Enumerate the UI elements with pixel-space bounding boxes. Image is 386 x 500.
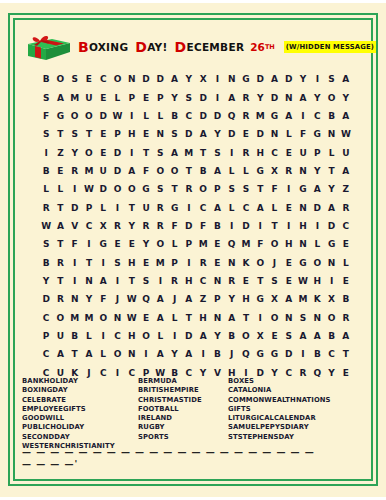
grid-cell-r15c2: U [53, 327, 67, 345]
grid-cell-r14c20: N [310, 309, 324, 327]
grid-cell-r7c11: R [182, 180, 196, 198]
grid-cell-r5c8: T [139, 143, 153, 161]
grid-cell-r9c3: V [68, 217, 82, 235]
grid-cell-r13c18: A [282, 290, 296, 308]
grid-cell-r4c13: Y [210, 125, 224, 143]
worksheet-page: BOXING DAY! DECEMBER 26TH (W/HIDDEN MESS… [0, 3, 386, 497]
grid-cell-r10c14: Q [225, 235, 239, 253]
grid-cell-r13c11: A [182, 290, 196, 308]
grid-cell-r12c20: H [310, 272, 324, 290]
grid-cell-r5c3: Y [68, 143, 82, 161]
grid-cell-r3c10: B [167, 107, 181, 125]
grid-cell-r4c5: E [96, 125, 110, 143]
grid-cell-r13c2: R [53, 290, 67, 308]
grid-cell-r6c19: N [296, 162, 310, 180]
grid-cell-r7c8: G [139, 180, 153, 198]
grid-cell-r6c16: G [253, 162, 267, 180]
grid-cell-r4c22: W [339, 125, 353, 143]
grid-cell-r1c21: S [324, 70, 338, 88]
word-list-item: EMPLOYEEGIFTS [22, 405, 138, 414]
word-list-column-2: BERMUDABRITISHEMPIRECHRISTMASTIDEFOOTBAL… [138, 377, 228, 451]
grid-cell-r12c14: R [225, 272, 239, 290]
grid-cell-r3c16: M [253, 107, 267, 125]
grid-cell-r13c5: F [96, 290, 110, 308]
grid-cell-r16c22: T [339, 345, 353, 363]
grid-cell-r9c8: R [139, 217, 153, 235]
grid-cell-r4c2: T [53, 125, 67, 143]
grid-cell-r4c9: N [153, 125, 167, 143]
grid-cell-r5c15: R [239, 143, 253, 161]
grid-cell-r9c10: F [167, 217, 181, 235]
grid-cell-r11c2: R [53, 254, 67, 272]
grid-cell-r2c14: A [225, 88, 239, 106]
grid-cell-r13c13: P [210, 290, 224, 308]
grid-cell-r16c8: I [139, 345, 153, 363]
grid-cell-r1c12: X [196, 70, 210, 88]
grid-cell-r8c11: I [182, 198, 196, 216]
grid-cell-r13c9: A [153, 290, 167, 308]
grid-cell-r7c4: W [82, 180, 96, 198]
grid-cell-r5c4: O [82, 143, 96, 161]
grid-cell-r5c12: T [196, 143, 210, 161]
grid-cell-r15c7: H [125, 327, 139, 345]
grid-cell-r16c7: N [125, 345, 139, 363]
grid-cell-r10c1: S [39, 235, 53, 253]
grid-cell-r10c9: O [153, 235, 167, 253]
word-list-item: IRELAND [138, 414, 228, 423]
word-list: BANKHOLIDAYBOXINGDAYCELEBRATEEMPLOYEEGIF… [22, 377, 366, 451]
grid-cell-r14c18: N [282, 309, 296, 327]
grid-cell-r16c1: C [39, 345, 53, 363]
grid-cell-r1c9: D [153, 70, 167, 88]
grid-cell-r9c6: R [110, 217, 124, 235]
grid-cell-r2c4: U [82, 88, 96, 106]
grid-cell-r10c16: F [253, 235, 267, 253]
grid-cell-r6c12: B [196, 162, 210, 180]
grid-cell-r10c7: E [125, 235, 139, 253]
grid-cell-r15c1: P [39, 327, 53, 345]
grid-cell-r12c7: T [125, 272, 139, 290]
grid-cell-r4c7: H [125, 125, 139, 143]
grid-cell-r3c20: C [310, 107, 324, 125]
grid-cell-r10c20: L [310, 235, 324, 253]
grid-cell-r1c14: N [225, 70, 239, 88]
grid-cell-r12c22: E [339, 272, 353, 290]
grid-cell-r5c9: S [153, 143, 167, 161]
grid-cell-r6c2: E [53, 162, 67, 180]
grid-cell-r15c10: I [167, 327, 181, 345]
grid-cell-r7c16: T [253, 180, 267, 198]
grid-cell-r6c21: T [324, 162, 338, 180]
grid-cell-r14c11: T [182, 309, 196, 327]
grid-cell-r2c7: P [125, 88, 139, 106]
grid-cell-r13c22: B [339, 290, 353, 308]
grid-cell-r12c15: E [239, 272, 253, 290]
grid-cell-r1c2: O [53, 70, 67, 88]
grid-cell-r13c20: K [310, 290, 324, 308]
grid-cell-r6c15: L [239, 162, 253, 180]
grid-cell-r11c5: I [96, 254, 110, 272]
grid-cell-r8c20: D [310, 198, 324, 216]
grid-cell-r11c20: O [310, 254, 324, 272]
grid-cell-r16c14: J [225, 345, 239, 363]
grid-cell-r10c2: T [53, 235, 67, 253]
grid-cell-r9c1: W [39, 217, 53, 235]
grid-cell-r4c8: E [139, 125, 153, 143]
grid-cell-r1c10: A [167, 70, 181, 88]
grid-cell-r3c18: A [282, 107, 296, 125]
grid-cell-r7c7: O [125, 180, 139, 198]
word-list-item: SAMUELPEPYSDIARY [228, 423, 366, 432]
grid-cell-r6c22: A [339, 162, 353, 180]
grid-cell-r5c22: U [339, 143, 353, 161]
grid-cell-r14c3: M [68, 309, 82, 327]
grid-cell-r11c13: E [210, 254, 224, 272]
grid-cell-r13c8: Q [139, 290, 153, 308]
grid-cell-r4c21: N [324, 125, 338, 143]
grid-cell-r16c15: Q [239, 345, 253, 363]
grid-cell-r5c11: M [182, 143, 196, 161]
grid-cell-r10c12: M [196, 235, 210, 253]
grid-cell-r6c10: O [167, 162, 181, 180]
grid-cell-r14c10: L [167, 309, 181, 327]
grid-cell-r11c6: S [110, 254, 124, 272]
grid-cell-r10c15: M [239, 235, 253, 253]
grid-cell-r1c8: D [139, 70, 153, 88]
grid-cell-r13c12: Z [196, 290, 210, 308]
grid-cell-r7c2: L [53, 180, 67, 198]
grid-cell-r4c16: D [253, 125, 267, 143]
grid-cell-r14c15: T [239, 309, 253, 327]
grid-cell-r8c6: I [110, 198, 124, 216]
grid-cell-r10c13: E [210, 235, 224, 253]
grid-cell-r1c22: A [339, 70, 353, 88]
grid-cell-r9c4: C [82, 217, 96, 235]
word-list-item: BRITISHEMPIRE [138, 386, 228, 395]
grid-cell-r12c11: H [182, 272, 196, 290]
grid-cell-r12c6: I [110, 272, 124, 290]
grid-cell-r8c22: R [339, 198, 353, 216]
grid-cell-r16c9: A [153, 345, 167, 363]
grid-cell-r2c13: I [210, 88, 224, 106]
grid-cell-r16c13: B [210, 345, 224, 363]
grid-cell-r13c16: G [253, 290, 267, 308]
title-date-number: 26 [250, 41, 265, 53]
grid-cell-r13c6: J [110, 290, 124, 308]
word-list-item: BOXINGDAY [22, 386, 138, 395]
grid-cell-r8c14: L [225, 198, 239, 216]
grid-cell-r12c16: T [253, 272, 267, 290]
grid-cell-r7c3: I [68, 180, 82, 198]
word-list-column-1: BANKHOLIDAYBOXINGDAYCELEBRATEEMPLOYEEGIF… [22, 377, 138, 451]
grid-cell-r7c12: O [196, 180, 210, 198]
grid-cell-r2c12: D [196, 88, 210, 106]
grid-cell-r15c4: L [82, 327, 96, 345]
grid-cell-r9c18: I [282, 217, 296, 235]
grid-cell-r4c4: T [82, 125, 96, 143]
word-list-item: GOODWILL [22, 414, 138, 423]
grid-cell-r16c17: G [267, 345, 281, 363]
title-december-rest: ECEMBER [186, 41, 244, 53]
grid-cell-r10c3: F [68, 235, 82, 253]
grid-cell-r12c5: A [96, 272, 110, 290]
grid-cell-r7c5: D [96, 180, 110, 198]
grid-cell-r9c12: F [196, 217, 210, 235]
grid-cell-r16c5: L [96, 345, 110, 363]
grid-cell-r1c13: I [210, 70, 224, 88]
grid-cell-r7c14: S [225, 180, 239, 198]
grid-cell-r4c11: D [182, 125, 196, 143]
word-list-item: BANKHOLIDAY [22, 377, 138, 386]
grid-cell-r16c12: I [196, 345, 210, 363]
grid-cell-r5c10: A [167, 143, 181, 161]
grid-cell-r6c18: R [282, 162, 296, 180]
grid-cell-r2c2: A [53, 88, 67, 106]
grid-cell-r15c15: O [239, 327, 253, 345]
grid-cell-r15c13: Y [210, 327, 224, 345]
hidden-message-blanks-line1: — — — — — — — — — — — — — — — — — — — — … [22, 447, 315, 457]
grid-cell-r11c1: B [39, 254, 53, 272]
grid-cell-r10c5: G [96, 235, 110, 253]
grid-cell-r3c5: D [96, 107, 110, 125]
grid-cell-r11c19: G [296, 254, 310, 272]
grid-cell-r3c15: R [239, 107, 253, 125]
grid-cell-r5c5: E [96, 143, 110, 161]
grid-cell-r1c6: O [110, 70, 124, 88]
grid-cell-r5c1: I [39, 143, 53, 161]
word-list-item: GIFTS [228, 405, 366, 414]
grid-cell-r9c2: A [53, 217, 67, 235]
grid-cell-r12c4: N [82, 272, 96, 290]
grid-cell-r9c14: I [225, 217, 239, 235]
grid-cell-r2c20: Y [310, 88, 324, 106]
word-list-item: BERMUDA [138, 377, 228, 386]
grid-cell-r1c7: N [125, 70, 139, 88]
grid-cell-r7c19: G [296, 180, 310, 198]
grid-cell-r9c22: C [339, 217, 353, 235]
grid-cell-r4c14: D [225, 125, 239, 143]
word-list-item: LITURGICALCALENDAR [228, 414, 366, 423]
grid-cell-r7c6: O [110, 180, 124, 198]
grid-cell-r8c13: A [210, 198, 224, 216]
grid-cell-r13c15: H [239, 290, 253, 308]
grid-cell-r15c3: B [68, 327, 82, 345]
grid-cell-r10c10: L [167, 235, 181, 253]
grid-cell-r3c1: F [39, 107, 53, 125]
grid-cell-r8c3: D [68, 198, 82, 216]
grid-cell-r8c9: R [153, 198, 167, 216]
grid-cell-r8c1: R [39, 198, 53, 216]
grid-cell-r3c22: A [339, 107, 353, 125]
grid-cell-r7c20: A [310, 180, 324, 198]
grid-cell-r5c13: S [210, 143, 224, 161]
grid-cell-r14c17: O [267, 309, 281, 327]
title-bar: BOXING DAY! DECEMBER 26TH (W/HIDDEN MESS… [26, 31, 376, 63]
grid-cell-r8c16: A [253, 198, 267, 216]
grid-cell-r14c13: N [210, 309, 224, 327]
grid-cell-r6c8: F [139, 162, 153, 180]
grid-cell-r12c9: I [153, 272, 167, 290]
grid-cell-r6c9: O [153, 162, 167, 180]
grid-cell-r3c2: G [53, 107, 67, 125]
grid-cell-r13c17: X [267, 290, 281, 308]
grid-cell-r12c2: T [53, 272, 67, 290]
grid-cell-r1c1: B [39, 70, 53, 88]
grid-cell-r9c9: R [153, 217, 167, 235]
word-list-item: COMMONWEALTHNATIONS [228, 396, 366, 405]
grid-cell-r8c18: E [282, 198, 296, 216]
grid-cell-r7c17: F [267, 180, 281, 198]
grid-cell-r2c10: Y [167, 88, 181, 106]
grid-cell-r4c10: S [167, 125, 181, 143]
grid-cell-r12c8: S [139, 272, 153, 290]
grid-cell-r4c12: A [196, 125, 210, 143]
grid-cell-r11c4: T [82, 254, 96, 272]
grid-cell-r12c18: E [282, 272, 296, 290]
grid-cell-r15c12: A [196, 327, 210, 345]
grid-cell-r8c5: L [96, 198, 110, 216]
grid-cell-r8c2: T [53, 198, 67, 216]
title-day-rest: AY! [147, 41, 167, 53]
grid-cell-r16c2: A [53, 345, 67, 363]
grid-cell-r10c8: Y [139, 235, 153, 253]
grid-cell-r6c6: D [110, 162, 124, 180]
grid-cell-r8c8: U [139, 198, 153, 216]
grid-cell-r11c11: I [182, 254, 196, 272]
grid-cell-r1c5: C [96, 70, 110, 88]
grid-cell-r15c8: O [139, 327, 153, 345]
grid-cell-r10c19: N [296, 235, 310, 253]
grid-cell-r6c7: A [125, 162, 139, 180]
grid-cell-r14c2: O [53, 309, 67, 327]
grid-cell-r14c12: H [196, 309, 210, 327]
grid-cell-r9c5: X [96, 217, 110, 235]
grid-cell-r14c8: E [139, 309, 153, 327]
grid-cell-r3c19: I [296, 107, 310, 125]
grid-cell-r2c11: S [182, 88, 196, 106]
grid-cell-r10c21: G [324, 235, 338, 253]
grid-cell-r4c3: S [68, 125, 82, 143]
grid-cell-r14c21: O [324, 309, 338, 327]
grid-cell-r8c7: T [125, 198, 139, 216]
grid-cell-r10c18: H [282, 235, 296, 253]
grid-cell-r1c19: Y [296, 70, 310, 88]
grid-cell-r11c12: R [196, 254, 210, 272]
grid-cell-r2c22: Y [339, 88, 353, 106]
grid-cell-r3c13: D [210, 107, 224, 125]
grid-cell-r3c6: W [110, 107, 124, 125]
grid-cell-r7c9: S [153, 180, 167, 198]
grid-cell-r16c16: G [253, 345, 267, 363]
grid-cell-r14c16: I [253, 309, 267, 327]
grid-cell-r15c21: B [324, 327, 338, 345]
grid-cell-r16c18: D [282, 345, 296, 363]
grid-cell-r8c12: C [196, 198, 210, 216]
grid-cell-r11c8: E [139, 254, 153, 272]
grid-cell-r15c11: D [182, 327, 196, 345]
grid-cell-r11c14: N [225, 254, 239, 272]
grid-cell-r12c10: R [167, 272, 181, 290]
grid-cell-r2c16: Y [253, 88, 267, 106]
grid-cell-r11c3: I [68, 254, 82, 272]
grid-cell-r3c8: L [139, 107, 153, 125]
grid-cell-r11c9: M [153, 254, 167, 272]
grid-cell-r14c7: W [125, 309, 139, 327]
title-december-initial: D [175, 39, 187, 55]
hidden-message-note: (W/HIDDEN MESSAGE) [284, 41, 376, 53]
grid-cell-r2c8: E [139, 88, 153, 106]
grid-cell-r14c22: R [339, 309, 353, 327]
grid-cell-r1c4: E [82, 70, 96, 88]
grid-cell-r11c16: O [253, 254, 267, 272]
grid-cell-r9c7: Y [125, 217, 139, 235]
grid-cell-r2c5: E [96, 88, 110, 106]
grid-cell-r2c1: S [39, 88, 53, 106]
grid-cell-r16c10: Y [167, 345, 181, 363]
grid-cell-r13c10: J [167, 290, 181, 308]
grid-cell-r8c19: N [296, 198, 310, 216]
grid-cell-r3c3: O [68, 107, 82, 125]
grid-cell-r15c16: X [253, 327, 267, 345]
grid-cell-r11c10: P [167, 254, 181, 272]
grid-cell-r9c21: D [324, 217, 338, 235]
grid-cell-r6c20: Y [310, 162, 324, 180]
grid-cell-r2c3: M [68, 88, 82, 106]
grid-cell-r9c11: D [182, 217, 196, 235]
grid-cell-r10c17: O [267, 235, 281, 253]
grid-cell-r12c3: I [68, 272, 82, 290]
grid-cell-r13c7: W [125, 290, 139, 308]
grid-cell-r7c1: L [39, 180, 53, 198]
grid-cell-r10c6: E [110, 235, 124, 253]
grid-cell-r2c18: N [282, 88, 296, 106]
grid-cell-r12c12: C [196, 272, 210, 290]
grid-cell-r4c17: N [267, 125, 281, 143]
grid-cell-r8c21: A [324, 198, 338, 216]
grid-cell-r10c4: I [82, 235, 96, 253]
grid-cell-r5c21: L [324, 143, 338, 161]
grid-cell-r16c4: A [82, 345, 96, 363]
grid-cell-r1c17: A [267, 70, 281, 88]
grid-cell-r11c15: K [239, 254, 253, 272]
grid-cell-r8c4: P [82, 198, 96, 216]
grid-cell-r4c6: P [110, 125, 124, 143]
grid-cell-r16c6: O [110, 345, 124, 363]
grid-cell-r4c1: S [39, 125, 53, 143]
grid-cell-r6c17: X [267, 162, 281, 180]
grid-cell-r15c22: A [339, 327, 353, 345]
grid-cell-r7c15: S [239, 180, 253, 198]
grid-cell-r1c20: I [310, 70, 324, 88]
grid-cell-r3c7: I [125, 107, 139, 125]
grid-cell-r6c3: R [68, 162, 82, 180]
grid-cell-r7c18: I [282, 180, 296, 198]
word-list-item: PUBLICHOLIDAY [22, 423, 138, 432]
grid-cell-r12c17: S [267, 272, 281, 290]
grid-cell-r10c22: E [339, 235, 353, 253]
word-list-item: BOXES [228, 377, 366, 386]
grid-cell-r11c18: E [282, 254, 296, 272]
grid-cell-r2c19: A [296, 88, 310, 106]
grid-cell-r1c11: Y [182, 70, 196, 88]
grid-cell-r3c4: O [82, 107, 96, 125]
grid-cell-r8c15: C [239, 198, 253, 216]
grid-cell-r7c10: T [167, 180, 181, 198]
grid-cell-r9c17: T [267, 217, 281, 235]
grid-cell-r12c13: N [210, 272, 224, 290]
grid-cell-r1c18: D [282, 70, 296, 88]
grid-cell-r14c5: O [96, 309, 110, 327]
